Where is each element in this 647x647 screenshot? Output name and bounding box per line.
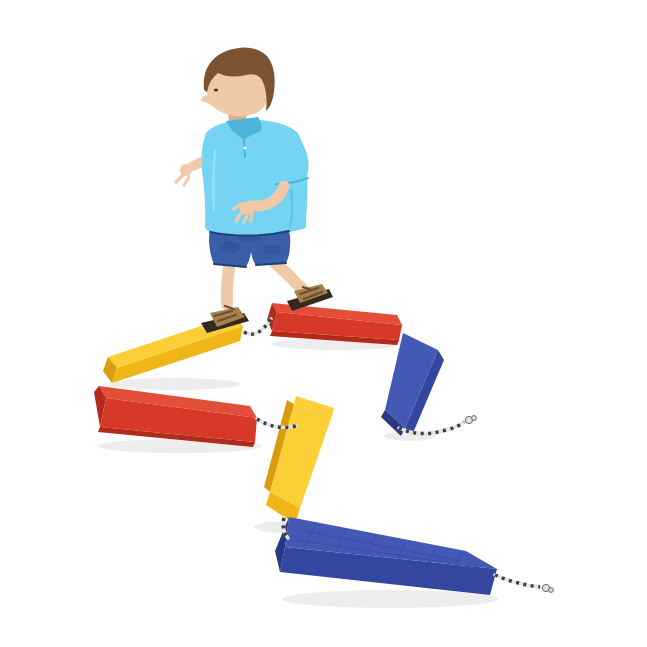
product-photo-stage — [0, 0, 647, 647]
rope3-knot-tip — [472, 416, 477, 421]
balance-beam-5-yellow — [264, 396, 334, 524]
child-shorts-wash-1 — [220, 241, 240, 253]
child-shorts-wash-2 — [263, 245, 281, 255]
rope-beam1-beam3 — [244, 319, 271, 334]
child-front-leg — [227, 262, 230, 304]
balance-beam-2-red — [94, 386, 257, 447]
shadow-beam6 — [282, 590, 498, 608]
balance-beam-scene — [0, 0, 647, 647]
rope-beam6-free-end — [495, 575, 553, 592]
child-shirt-button — [243, 146, 246, 149]
child-far-fingers — [176, 175, 189, 185]
walking-child — [176, 47, 333, 333]
balance-beam-6-blue — [275, 517, 497, 595]
child-eye — [214, 88, 218, 91]
rope5-knot-tip — [549, 588, 554, 593]
balance-beam-4-blue — [381, 333, 444, 436]
balance-beam-3-red — [267, 303, 402, 345]
shadow-beam1 — [109, 378, 241, 390]
